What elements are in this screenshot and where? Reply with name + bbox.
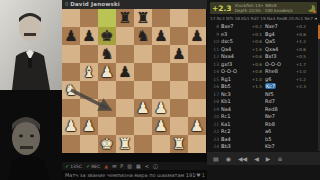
square-b1[interactable]: [80, 135, 98, 153]
engine-depth: Depth 22/55 · 100 knodes/s: [235, 8, 305, 13]
toolbar-label: REC: [91, 164, 100, 169]
grid-icon[interactable]: ▦: [136, 162, 141, 170]
square-f2[interactable]: ♟: [152, 117, 170, 135]
white-eval: +1.6: [246, 46, 265, 54]
move-row-12: 12Nxa4+0.6Bxf3+0.5: [210, 53, 314, 61]
move-number: 19: [210, 106, 221, 114]
white-move[interactable]: Nxa4: [221, 53, 246, 61]
black-move[interactable]: Kb7: [265, 143, 290, 151]
square-h2[interactable]: ♟: [188, 117, 206, 135]
move-row-9: 9e3+0.1Bg4+0.6: [210, 31, 314, 39]
square-g7[interactable]: [170, 27, 188, 45]
chevron-down-icon[interactable]: ▾: [315, 15, 317, 22]
square-b7[interactable]: ♟: [80, 27, 98, 45]
chart-icon[interactable]: ▥: [127, 162, 132, 170]
record-icon[interactable]: ◉: [226, 152, 231, 165]
black-eval: +0.6: [290, 46, 309, 54]
black-move[interactable]: Qxa4: [265, 46, 290, 54]
square-c8[interactable]: [98, 9, 116, 27]
white-move[interactable]: Ba4: [221, 136, 246, 144]
square-e6[interactable]: [134, 45, 152, 63]
player-bar-top: 0 David Janowski: [62, 0, 207, 9]
share-icon[interactable]: <: [145, 162, 149, 170]
white-move[interactable]: Ka1: [221, 121, 246, 129]
white-piece-p-b2: ♟: [80, 117, 98, 135]
check-icon: ✓: [86, 162, 90, 170]
move-number: 12: [210, 53, 221, 61]
black-move[interactable]: a6: [265, 128, 290, 136]
black-piece-k-c7: ♚: [98, 27, 116, 45]
skip-back-icon[interactable]: ◀◀: [238, 152, 247, 165]
move-row-23: 23Ba4b5: [210, 136, 314, 144]
white-move[interactable]: Na4: [221, 106, 246, 114]
white-move[interactable]: e3: [221, 31, 246, 39]
square-h6[interactable]: [188, 45, 206, 63]
square-a3[interactable]: [62, 99, 80, 117]
square-b2[interactable]: ♟: [80, 117, 98, 135]
move-row-13: 13gxf3+0.6O-O-O+1.7: [210, 61, 314, 69]
square-e2[interactable]: [134, 117, 152, 135]
square-a4[interactable]: ♞: [62, 81, 80, 99]
analysis-panel: +2.3 Stockfish 14+ NNUE Depth 22/55 · 10…: [207, 0, 320, 180]
menu-icon[interactable]: ≡: [277, 152, 282, 165]
square-b5[interactable]: ♝: [80, 63, 98, 81]
move-row-8: 8Bxe7+0.2Nxe7+0.2: [210, 23, 314, 31]
white-move[interactable]: Nc3: [221, 91, 246, 99]
black-piece-n-c6: ♞: [98, 45, 116, 63]
heart-icon: ♥: [196, 172, 200, 178]
flame-icon[interactable]: ▲: [104, 162, 108, 170]
black-piece-p-b7: ♟: [80, 27, 98, 45]
white-eval: +1.0: [246, 76, 265, 84]
engine-pv-line[interactable]: 17.Nc3 Nf5 18.Kb1 Rd7 19.Na4 Red8 20.Rc1…: [210, 15, 317, 22]
likes-count: 1: [202, 172, 205, 178]
black-move[interactable]: b5: [265, 136, 290, 144]
move-row-24: 24Bb3Kb7: [210, 143, 314, 151]
black-move[interactable]: Rd7: [265, 98, 290, 106]
move-number: 24: [210, 143, 221, 151]
square-a7[interactable]: ♟: [62, 27, 80, 45]
move-number: 14: [210, 68, 221, 76]
check-icon[interactable]: ✓135C: [65, 162, 82, 170]
square-f1[interactable]: [152, 135, 170, 153]
black-move[interactable]: Kc7: [265, 83, 290, 91]
white-move[interactable]: gxf3: [221, 61, 246, 69]
square-g5[interactable]: [170, 63, 188, 81]
square-f4[interactable]: [152, 81, 170, 99]
video-caption: Матч за звание чемпиона мира по шахматам…: [65, 172, 196, 178]
move-row-19: 19Na4Red8: [210, 106, 314, 114]
back-icon[interactable]: ◀: [254, 152, 259, 165]
square-d7[interactable]: [116, 27, 134, 45]
square-g4[interactable]: [170, 81, 188, 99]
black-eval: +1.0: [290, 68, 309, 76]
square-a8[interactable]: [62, 9, 80, 27]
move-row-18: 18Kb1Rd7: [210, 98, 314, 106]
white-eval: +0.8: [246, 68, 265, 76]
square-a6[interactable]: [62, 45, 80, 63]
eval-score: +2.3: [212, 4, 232, 13]
black-piece-p-g6: ♟: [170, 45, 188, 63]
black-eval: +0.2: [290, 23, 309, 31]
square-h4[interactable]: [188, 81, 206, 99]
white-move[interactable]: Rg1: [221, 76, 246, 84]
move-row-10: 10dxc5+0.6Qa5+1.2: [210, 38, 314, 46]
white-eval: +0.2: [246, 23, 265, 31]
white-piece-p-f3: ♟: [152, 99, 170, 117]
engine-info: Stockfish 14+ NNUE Depth 22/55 · 100 kno…: [235, 3, 305, 13]
white-eval: +0.1: [246, 31, 265, 39]
flag-icon: P: [120, 162, 123, 170]
square-a2[interactable]: ♟: [62, 117, 80, 135]
black-move[interactable]: Ne7: [265, 113, 290, 121]
square-e7[interactable]: ♞: [134, 27, 152, 45]
square-b6[interactable]: [80, 45, 98, 63]
move-row-11: 11Qa4+1.6Qxa4+0.6: [210, 46, 314, 54]
photo-lasker: [0, 90, 62, 180]
move-number: 13: [210, 61, 221, 69]
player-name-top: David Janowski: [70, 0, 120, 9]
square-e1[interactable]: [134, 135, 152, 153]
black-eval: +1.2: [290, 76, 309, 84]
white-move[interactable]: Qa4: [221, 46, 246, 54]
info-icon[interactable]: ⓘ: [153, 162, 158, 170]
engine-header[interactable]: +2.3 Stockfish 14+ NNUE Depth 22/55 · 10…: [210, 2, 317, 14]
toolbar-label: 135C: [70, 164, 82, 169]
square-f8[interactable]: [152, 9, 170, 27]
white-piece-p-h2: ♟: [188, 117, 206, 135]
square-g3[interactable]: [170, 99, 188, 117]
square-f7[interactable]: ♟: [152, 27, 170, 45]
black-piece-r-e8: ♜: [134, 9, 152, 27]
black-move[interactable]: Red8: [265, 106, 290, 114]
move-number: 21: [210, 121, 221, 129]
square-b4[interactable]: [80, 81, 98, 99]
move-list[interactable]: 8Bxe7+0.2Nxe7+0.29e3+0.1Bg4+0.610dxc5+0.…: [210, 23, 314, 151]
square-c2[interactable]: [98, 117, 116, 135]
black-piece-r-d8: ♜: [116, 9, 134, 27]
white-move[interactable]: Bb3: [221, 143, 246, 151]
square-f5[interactable]: [152, 63, 170, 81]
square-g8[interactable]: [170, 9, 188, 27]
square-d1[interactable]: ♜: [116, 135, 134, 153]
square-d2[interactable]: [116, 117, 134, 135]
engine-toggle-icon[interactable]: [308, 5, 315, 12]
black-move[interactable]: Rb8: [265, 121, 290, 129]
black-piece-n-e7: ♞: [134, 27, 152, 45]
square-e8[interactable]: ♜: [134, 9, 152, 27]
black-piece-p-d5: ♟: [116, 63, 134, 81]
black-eval: +1.2: [290, 38, 309, 46]
square-g6[interactable]: ♟: [170, 45, 188, 63]
white-eval: +1.5: [246, 83, 265, 91]
square-d5[interactable]: ♟: [116, 63, 134, 81]
white-move[interactable]: Rc1: [221, 113, 246, 121]
black-move[interactable]: Nf5: [265, 91, 290, 99]
photo-janowski: [0, 0, 62, 90]
white-piece-p-a2: ♟: [62, 117, 80, 135]
lasker-portrait-art: [0, 90, 62, 180]
black-move[interactable]: Bg4: [265, 31, 290, 39]
grid-icon: ▦: [136, 162, 141, 170]
square-d3[interactable]: [116, 99, 134, 117]
square-c7[interactable]: ♚: [98, 27, 116, 45]
janowski-portrait-art: [0, 0, 62, 90]
info-icon: ⓘ: [153, 162, 158, 170]
square-a5[interactable]: [62, 63, 80, 81]
black-piece-p-h7: ♟: [188, 27, 206, 45]
square-g1[interactable]: ♜: [170, 135, 188, 153]
black-move[interactable]: Qa5: [265, 38, 290, 46]
move-number: 20: [210, 113, 221, 121]
square-g2[interactable]: [170, 117, 188, 135]
square-d6[interactable]: [116, 45, 134, 63]
white-piece-p-e3: ♟: [134, 99, 152, 117]
white-piece-r-g1: ♜: [170, 135, 188, 153]
black-move[interactable]: O-O-O: [265, 61, 290, 69]
square-h8[interactable]: [188, 9, 206, 27]
black-piece-p-f7: ♟: [152, 27, 170, 45]
square-c1[interactable]: ♚: [98, 135, 116, 153]
forward-icon[interactable]: ▶: [266, 152, 271, 165]
move-row-21: 21Ka1Rb8: [210, 121, 314, 129]
likes-badge[interactable]: ♥ 1: [196, 172, 205, 178]
move-number: 8: [210, 23, 221, 31]
white-piece-p-f2: ♟: [152, 117, 170, 135]
playback-toolbar: ▤◉◀◀◀▶≡: [207, 152, 320, 165]
square-b8[interactable]: [80, 9, 98, 27]
square-c3[interactable]: [98, 99, 116, 117]
square-a1[interactable]: [62, 135, 80, 153]
white-move[interactable]: O-O-O: [221, 68, 246, 76]
square-c4[interactable]: [98, 81, 116, 99]
move-row-15: 15Rg1+1.0g6+1.2: [210, 76, 314, 84]
square-f6[interactable]: [152, 45, 170, 63]
move-row-22: 22Rc2a6: [210, 128, 314, 136]
square-e5[interactable]: [134, 63, 152, 81]
white-eval: +0.6: [246, 53, 265, 61]
white-piece-k-c1: ♚: [98, 135, 116, 153]
move-number: 22: [210, 128, 221, 136]
white-move[interactable]: dxc5: [221, 38, 246, 46]
white-piece-p-c5: ♟: [98, 63, 116, 81]
board-column: 0 David Janowski ♜♜♟♟♚♞♟♟♞♟♝♟♟♞♟♟♟♟♟♟♚♜♜…: [62, 0, 207, 180]
move-number: 23: [210, 136, 221, 144]
black-eval: +0.5: [290, 53, 309, 61]
app-window: 0 David Janowski ♜♜♟♟♚♞♟♟♞♟♝♟♟♞♟♟♟♟♟♟♚♜♜…: [0, 0, 320, 180]
white-piece-r-d1: ♜: [116, 135, 134, 153]
move-number: 11: [210, 46, 221, 54]
white-move[interactable]: Bxe7: [221, 23, 246, 31]
move-number: 16: [210, 83, 221, 91]
square-c6[interactable]: ♞: [98, 45, 116, 63]
black-move[interactable]: Rhe8: [265, 68, 290, 76]
move-number: 15: [210, 76, 221, 84]
black-move[interactable]: Nxe7: [265, 23, 290, 31]
move-row-16: 16Bb5+1.5Kc7+2.3: [210, 83, 314, 91]
black-move[interactable]: g6: [265, 76, 290, 84]
white-eval: +0.6: [246, 61, 265, 69]
flame-icon: ▲: [104, 162, 108, 170]
move-row-20: 20Rc1Ne7: [210, 113, 314, 121]
move-number: 17: [210, 91, 221, 99]
move-number: 18: [210, 98, 221, 106]
white-eval: +0.6: [246, 38, 265, 46]
pv-moves: 17.Nc3 Nf5 18.Kb1 Rd7 19.Na4 Red8 20.Rc1…: [210, 15, 315, 22]
comment-icon: ✉: [112, 162, 116, 170]
comment-icon[interactable]: ✉: [112, 162, 116, 170]
move-number: 9: [210, 31, 221, 39]
caption-strip: Матч за звание чемпиона мира по шахматам…: [62, 170, 207, 180]
white-move[interactable]: Bb5: [221, 83, 246, 91]
square-f3[interactable]: ♟: [152, 99, 170, 117]
black-eval: +1.7: [290, 61, 309, 69]
chart-icon: ▥: [127, 162, 132, 170]
check-icon: ✓: [65, 162, 69, 170]
white-move[interactable]: Kb1: [221, 98, 246, 106]
square-e4[interactable]: [134, 81, 152, 99]
share-icon: <: [145, 162, 149, 170]
square-b3[interactable]: [80, 99, 98, 117]
move-number: 10: [210, 38, 221, 46]
black-eval: +0.6: [290, 31, 309, 39]
score-top: 0: [65, 0, 68, 9]
square-h5[interactable]: [188, 63, 206, 81]
book-icon[interactable]: ▤: [213, 152, 219, 165]
check-icon[interactable]: ✓REC: [86, 162, 100, 170]
flag-icon[interactable]: P: [120, 162, 123, 170]
black-piece-p-a7: ♟: [62, 27, 80, 45]
square-d8[interactable]: ♜: [116, 9, 134, 27]
black-move[interactable]: Bxf3: [265, 53, 290, 61]
square-c5[interactable]: ♟: [98, 63, 116, 81]
chess-board[interactable]: ♜♜♟♟♚♞♟♟♞♟♝♟♟♞♟♟♟♟♟♟♚♜♜: [62, 9, 206, 153]
square-h1[interactable]: [188, 135, 206, 153]
square-d4[interactable]: [116, 81, 134, 99]
square-h7[interactable]: ♟: [188, 27, 206, 45]
board-toolbar: ✓135C✓REC▲✉P▥▦<ⓘ: [62, 162, 207, 170]
square-e3[interactable]: ♟: [134, 99, 152, 117]
white-piece-n-a4: ♞: [62, 81, 80, 99]
move-row-14: 14O-O-O+0.8Rhe8+1.0: [210, 68, 314, 76]
move-row-17: 17Nc3Nf5: [210, 91, 314, 99]
square-h3[interactable]: [188, 99, 206, 117]
white-move[interactable]: Rc2: [221, 128, 246, 136]
white-piece-b-b5: ♝: [80, 63, 98, 81]
black-eval: +2.3: [290, 83, 309, 91]
